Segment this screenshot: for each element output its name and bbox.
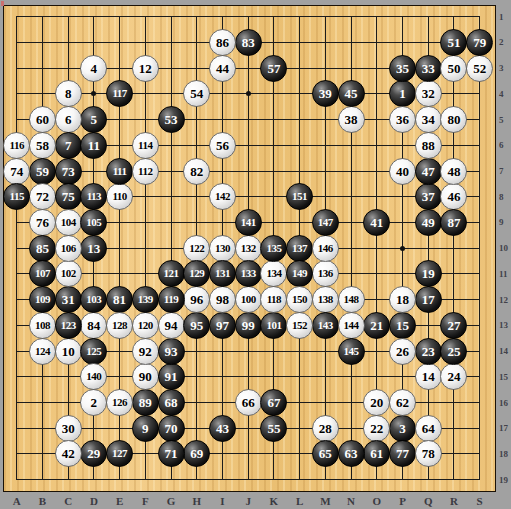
move-number: 82 bbox=[190, 165, 203, 178]
move-number: 137 bbox=[292, 243, 307, 254]
move-number: 145 bbox=[344, 346, 359, 357]
move-number: 63 bbox=[345, 447, 358, 460]
stone-move-93[interactable]: 93 bbox=[158, 338, 185, 365]
stone-move-95[interactable]: 95 bbox=[183, 312, 210, 339]
stone-move-15[interactable]: 15 bbox=[389, 312, 416, 339]
column-label-K: K bbox=[264, 495, 284, 507]
star-point bbox=[91, 91, 96, 96]
move-number: 41 bbox=[370, 216, 383, 229]
move-number: 99 bbox=[242, 319, 255, 332]
row-label-4: 4 bbox=[499, 89, 511, 99]
star-point bbox=[246, 91, 251, 96]
move-number: 108 bbox=[35, 320, 50, 331]
stone-move-52[interactable]: 52 bbox=[466, 55, 493, 82]
stone-move-74[interactable]: 74 bbox=[3, 158, 30, 185]
stone-move-51[interactable]: 51 bbox=[440, 29, 467, 56]
stone-move-121[interactable]: 121 bbox=[158, 260, 185, 287]
move-number: 52 bbox=[473, 62, 486, 75]
stone-move-30[interactable]: 30 bbox=[55, 415, 82, 442]
stone-move-128[interactable]: 128 bbox=[106, 312, 133, 339]
move-number: 141 bbox=[241, 217, 256, 228]
stone-move-18[interactable]: 18 bbox=[389, 286, 416, 313]
stone-move-126[interactable]: 126 bbox=[106, 389, 133, 416]
move-number: 72 bbox=[36, 190, 49, 203]
stone-move-105[interactable]: 105 bbox=[80, 209, 107, 236]
move-number: 11 bbox=[88, 139, 100, 152]
stone-move-109[interactable]: 109 bbox=[29, 286, 56, 313]
move-number: 74 bbox=[10, 165, 23, 178]
stone-move-67[interactable]: 67 bbox=[260, 389, 287, 416]
move-number: 5 bbox=[91, 113, 98, 126]
stone-move-144[interactable]: 144 bbox=[338, 312, 365, 339]
stone-move-86[interactable]: 86 bbox=[209, 29, 236, 56]
stone-move-42[interactable]: 42 bbox=[55, 440, 82, 467]
stone-move-78[interactable]: 78 bbox=[415, 440, 442, 467]
move-number: 85 bbox=[36, 242, 49, 255]
row-label-3: 3 bbox=[499, 63, 511, 73]
move-number: 62 bbox=[396, 396, 409, 409]
stone-move-91[interactable]: 91 bbox=[158, 363, 185, 390]
stone-move-94[interactable]: 94 bbox=[158, 312, 185, 339]
row-label-19: 19 bbox=[499, 475, 511, 485]
stone-move-114[interactable]: 114 bbox=[132, 132, 159, 159]
move-number: 98 bbox=[216, 293, 229, 306]
stone-move-64[interactable]: 64 bbox=[415, 415, 442, 442]
stone-move-27[interactable]: 27 bbox=[440, 312, 467, 339]
move-number: 35 bbox=[396, 62, 409, 75]
stone-move-54[interactable]: 54 bbox=[183, 80, 210, 107]
move-number: 49 bbox=[422, 216, 435, 229]
move-number: 112 bbox=[138, 166, 152, 177]
stone-move-45[interactable]: 45 bbox=[338, 80, 365, 107]
move-number: 2 bbox=[91, 396, 98, 409]
stone-move-80[interactable]: 80 bbox=[440, 106, 467, 133]
stone-move-122[interactable]: 122 bbox=[183, 235, 210, 262]
stone-move-88[interactable]: 88 bbox=[415, 132, 442, 159]
stone-move-146[interactable]: 146 bbox=[312, 235, 339, 262]
stone-move-26[interactable]: 26 bbox=[389, 338, 416, 365]
grid-line bbox=[453, 16, 454, 480]
move-number: 69 bbox=[190, 447, 203, 460]
move-number: 15 bbox=[396, 319, 409, 332]
stone-move-102[interactable]: 102 bbox=[55, 260, 82, 287]
column-label-R: R bbox=[444, 495, 464, 507]
stone-move-37[interactable]: 37 bbox=[415, 183, 442, 210]
stone-move-103[interactable]: 103 bbox=[80, 286, 107, 313]
row-label-6: 6 bbox=[499, 140, 511, 150]
move-number: 45 bbox=[345, 87, 358, 100]
stone-move-50[interactable]: 50 bbox=[440, 55, 467, 82]
move-number: 17 bbox=[422, 293, 435, 306]
move-number: 78 bbox=[422, 447, 435, 460]
move-number: 140 bbox=[86, 371, 101, 382]
stone-move-57[interactable]: 57 bbox=[260, 55, 287, 82]
move-number: 33 bbox=[422, 62, 435, 75]
move-number: 3 bbox=[399, 422, 406, 435]
stone-move-25[interactable]: 25 bbox=[440, 338, 467, 365]
stone-move-134[interactable]: 134 bbox=[260, 260, 287, 287]
stone-move-17[interactable]: 17 bbox=[415, 286, 442, 313]
stone-move-82[interactable]: 82 bbox=[183, 158, 210, 185]
stone-move-142[interactable]: 142 bbox=[209, 183, 236, 210]
stone-move-152[interactable]: 152 bbox=[286, 312, 313, 339]
move-number: 53 bbox=[165, 113, 178, 126]
stone-move-33[interactable]: 33 bbox=[415, 55, 442, 82]
stone-move-116[interactable]: 116 bbox=[3, 132, 30, 159]
stone-move-39[interactable]: 39 bbox=[312, 80, 339, 107]
move-number: 125 bbox=[86, 346, 101, 357]
stone-move-149[interactable]: 149 bbox=[286, 260, 313, 287]
stone-move-47[interactable]: 47 bbox=[415, 158, 442, 185]
move-number: 25 bbox=[447, 345, 460, 358]
move-number: 51 bbox=[447, 36, 460, 49]
move-number: 138 bbox=[318, 294, 333, 305]
stone-move-21[interactable]: 21 bbox=[363, 312, 390, 339]
move-number: 38 bbox=[345, 113, 358, 126]
stone-move-123[interactable]: 123 bbox=[55, 312, 82, 339]
stone-move-76[interactable]: 76 bbox=[29, 209, 56, 236]
stone-move-147[interactable]: 147 bbox=[312, 209, 339, 236]
stone-move-28[interactable]: 28 bbox=[312, 415, 339, 442]
stone-move-141[interactable]: 141 bbox=[235, 209, 262, 236]
corner-artifact bbox=[1, 1, 4, 6]
stone-move-4[interactable]: 4 bbox=[80, 55, 107, 82]
move-number: 73 bbox=[62, 165, 75, 178]
stone-move-40[interactable]: 40 bbox=[389, 158, 416, 185]
stone-move-2[interactable]: 2 bbox=[80, 389, 107, 416]
stone-move-118[interactable]: 118 bbox=[260, 286, 287, 313]
move-number: 81 bbox=[113, 293, 126, 306]
move-number: 7 bbox=[65, 139, 72, 152]
grid-line bbox=[16, 479, 480, 480]
move-number: 19 bbox=[422, 267, 435, 280]
move-number: 152 bbox=[292, 320, 307, 331]
stone-move-24[interactable]: 24 bbox=[440, 363, 467, 390]
row-label-1: 1 bbox=[499, 12, 511, 22]
stone-move-81[interactable]: 81 bbox=[106, 286, 133, 313]
move-number: 151 bbox=[292, 191, 307, 202]
stone-move-90[interactable]: 90 bbox=[132, 363, 159, 390]
move-number: 97 bbox=[216, 319, 229, 332]
stone-move-89[interactable]: 89 bbox=[132, 389, 159, 416]
move-number: 142 bbox=[215, 191, 230, 202]
stone-move-34[interactable]: 34 bbox=[415, 106, 442, 133]
stone-move-53[interactable]: 53 bbox=[158, 106, 185, 133]
move-number: 61 bbox=[370, 447, 383, 460]
move-number: 111 bbox=[113, 166, 127, 177]
stone-move-108[interactable]: 108 bbox=[29, 312, 56, 339]
stone-move-97[interactable]: 97 bbox=[209, 312, 236, 339]
stone-move-10[interactable]: 10 bbox=[55, 338, 82, 365]
move-number: 57 bbox=[267, 62, 280, 75]
stone-move-132[interactable]: 132 bbox=[235, 235, 262, 262]
stone-move-125[interactable]: 125 bbox=[80, 338, 107, 365]
row-label-17: 17 bbox=[499, 423, 511, 433]
move-number: 139 bbox=[138, 294, 153, 305]
move-number: 87 bbox=[447, 216, 460, 229]
stone-move-55[interactable]: 55 bbox=[260, 415, 287, 442]
move-number: 55 bbox=[267, 422, 280, 435]
stone-move-111[interactable]: 111 bbox=[106, 158, 133, 185]
stone-move-56[interactable]: 56 bbox=[209, 132, 236, 159]
move-number: 113 bbox=[87, 191, 101, 202]
stone-move-8[interactable]: 8 bbox=[55, 80, 82, 107]
star-point bbox=[400, 246, 405, 251]
move-number: 42 bbox=[62, 447, 75, 460]
stone-move-43[interactable]: 43 bbox=[209, 415, 236, 442]
stone-move-87[interactable]: 87 bbox=[440, 209, 467, 236]
move-number: 44 bbox=[216, 62, 229, 75]
move-number: 102 bbox=[61, 268, 76, 279]
stone-move-107[interactable]: 107 bbox=[29, 260, 56, 287]
stone-move-110[interactable]: 110 bbox=[106, 183, 133, 210]
move-number: 123 bbox=[61, 320, 76, 331]
move-number: 27 bbox=[447, 319, 460, 332]
move-number: 67 bbox=[267, 396, 280, 409]
move-number: 76 bbox=[36, 216, 49, 229]
stone-move-65[interactable]: 65 bbox=[312, 440, 339, 467]
stone-move-92[interactable]: 92 bbox=[132, 338, 159, 365]
stone-move-117[interactable]: 117 bbox=[106, 80, 133, 107]
move-number: 144 bbox=[344, 320, 359, 331]
move-number: 128 bbox=[112, 320, 127, 331]
stone-move-62[interactable]: 62 bbox=[389, 389, 416, 416]
stone-move-133[interactable]: 133 bbox=[235, 260, 262, 287]
stone-move-83[interactable]: 83 bbox=[235, 29, 262, 56]
move-number: 29 bbox=[87, 447, 100, 460]
stone-move-104[interactable]: 104 bbox=[55, 209, 82, 236]
stone-move-75[interactable]: 75 bbox=[55, 183, 82, 210]
move-number: 127 bbox=[112, 448, 127, 459]
stone-move-115[interactable]: 115 bbox=[3, 183, 30, 210]
move-number: 95 bbox=[190, 319, 203, 332]
stone-move-66[interactable]: 66 bbox=[235, 389, 262, 416]
move-number: 146 bbox=[318, 243, 333, 254]
stone-move-48[interactable]: 48 bbox=[440, 158, 467, 185]
move-number: 122 bbox=[189, 243, 204, 254]
move-number: 56 bbox=[216, 139, 229, 152]
move-number: 80 bbox=[447, 113, 460, 126]
stone-move-101[interactable]: 101 bbox=[260, 312, 287, 339]
grid-line bbox=[479, 16, 480, 480]
move-number: 66 bbox=[242, 396, 255, 409]
move-number: 70 bbox=[165, 422, 178, 435]
move-number: 14 bbox=[422, 370, 435, 383]
move-number: 114 bbox=[138, 140, 152, 151]
move-number: 134 bbox=[266, 268, 281, 279]
stone-move-41[interactable]: 41 bbox=[363, 209, 390, 236]
stone-move-44[interactable]: 44 bbox=[209, 55, 236, 82]
move-number: 18 bbox=[396, 293, 409, 306]
move-number: 1 bbox=[399, 87, 406, 100]
row-label-9: 9 bbox=[499, 217, 511, 227]
move-number: 90 bbox=[139, 370, 152, 383]
move-number: 94 bbox=[165, 319, 178, 332]
move-number: 34 bbox=[422, 113, 435, 126]
move-number: 121 bbox=[164, 268, 179, 279]
move-number: 149 bbox=[292, 268, 307, 279]
stone-move-143[interactable]: 143 bbox=[312, 312, 339, 339]
move-number: 50 bbox=[447, 62, 460, 75]
stone-move-20[interactable]: 20 bbox=[363, 389, 390, 416]
stone-move-22[interactable]: 22 bbox=[363, 415, 390, 442]
move-number: 126 bbox=[112, 397, 127, 408]
move-number: 93 bbox=[165, 345, 178, 358]
row-label-2: 2 bbox=[499, 37, 511, 47]
move-number: 13 bbox=[87, 242, 100, 255]
stone-move-9[interactable]: 9 bbox=[132, 415, 159, 442]
stone-move-5[interactable]: 5 bbox=[80, 106, 107, 133]
stone-move-73[interactable]: 73 bbox=[55, 158, 82, 185]
move-number: 148 bbox=[344, 294, 359, 305]
stone-move-11[interactable]: 11 bbox=[80, 132, 107, 159]
column-label-F: F bbox=[135, 495, 155, 507]
stone-move-119[interactable]: 119 bbox=[158, 286, 185, 313]
move-number: 84 bbox=[87, 319, 100, 332]
stone-move-77[interactable]: 77 bbox=[389, 440, 416, 467]
stone-move-29[interactable]: 29 bbox=[80, 440, 107, 467]
stone-move-36[interactable]: 36 bbox=[389, 106, 416, 133]
stone-move-38[interactable]: 38 bbox=[338, 106, 365, 133]
stone-move-137[interactable]: 137 bbox=[286, 235, 313, 262]
move-number: 103 bbox=[86, 294, 101, 305]
column-label-O: O bbox=[367, 495, 387, 507]
stone-move-140[interactable]: 140 bbox=[80, 363, 107, 390]
move-number: 124 bbox=[35, 346, 50, 357]
stone-move-148[interactable]: 148 bbox=[338, 286, 365, 313]
stone-move-58[interactable]: 58 bbox=[29, 132, 56, 159]
stone-move-136[interactable]: 136 bbox=[312, 260, 339, 287]
move-number: 65 bbox=[319, 447, 332, 460]
move-number: 83 bbox=[242, 36, 255, 49]
stone-move-59[interactable]: 59 bbox=[29, 158, 56, 185]
move-number: 150 bbox=[292, 294, 307, 305]
stone-move-85[interactable]: 85 bbox=[29, 235, 56, 262]
move-number: 36 bbox=[396, 113, 409, 126]
row-label-13: 13 bbox=[499, 320, 511, 330]
stone-move-14[interactable]: 14 bbox=[415, 363, 442, 390]
move-number: 43 bbox=[216, 422, 229, 435]
stone-move-79[interactable]: 79 bbox=[466, 29, 493, 56]
stone-move-99[interactable]: 99 bbox=[235, 312, 262, 339]
stone-move-139[interactable]: 139 bbox=[132, 286, 159, 313]
stone-move-106[interactable]: 106 bbox=[55, 235, 82, 262]
stone-move-69[interactable]: 69 bbox=[183, 440, 210, 467]
stone-move-120[interactable]: 120 bbox=[132, 312, 159, 339]
stone-move-150[interactable]: 150 bbox=[286, 286, 313, 313]
move-number: 101 bbox=[266, 320, 281, 331]
stone-move-13[interactable]: 13 bbox=[80, 235, 107, 262]
move-number: 104 bbox=[61, 217, 76, 228]
stone-move-7[interactable]: 7 bbox=[55, 132, 82, 159]
move-number: 60 bbox=[36, 113, 49, 126]
column-label-M: M bbox=[315, 495, 335, 507]
move-number: 86 bbox=[216, 36, 229, 49]
move-number: 117 bbox=[112, 88, 126, 99]
stone-move-32[interactable]: 32 bbox=[415, 80, 442, 107]
move-number: 136 bbox=[318, 268, 333, 279]
stone-move-131[interactable]: 131 bbox=[209, 260, 236, 287]
stone-move-96[interactable]: 96 bbox=[183, 286, 210, 313]
move-number: 10 bbox=[62, 345, 75, 358]
stone-move-145[interactable]: 145 bbox=[338, 338, 365, 365]
move-number: 131 bbox=[215, 268, 230, 279]
stone-move-46[interactable]: 46 bbox=[440, 183, 467, 210]
stone-move-71[interactable]: 71 bbox=[158, 440, 185, 467]
stone-move-68[interactable]: 68 bbox=[158, 389, 185, 416]
stone-move-113[interactable]: 113 bbox=[80, 183, 107, 210]
row-label-18: 18 bbox=[499, 449, 511, 459]
move-number: 100 bbox=[241, 294, 256, 305]
move-number: 30 bbox=[62, 422, 75, 435]
stone-move-70[interactable]: 70 bbox=[158, 415, 185, 442]
stone-move-49[interactable]: 49 bbox=[415, 209, 442, 236]
move-number: 132 bbox=[241, 243, 256, 254]
stone-move-127[interactable]: 127 bbox=[106, 440, 133, 467]
column-label-H: H bbox=[187, 495, 207, 507]
move-number: 47 bbox=[422, 165, 435, 178]
move-number: 23 bbox=[422, 345, 435, 358]
move-number: 118 bbox=[267, 294, 281, 305]
stone-move-23[interactable]: 23 bbox=[415, 338, 442, 365]
stone-move-112[interactable]: 112 bbox=[132, 158, 159, 185]
stone-move-138[interactable]: 138 bbox=[312, 286, 339, 313]
move-number: 46 bbox=[447, 190, 460, 203]
column-label-P: P bbox=[393, 495, 413, 507]
stone-move-84[interactable]: 84 bbox=[80, 312, 107, 339]
move-number: 89 bbox=[139, 396, 152, 409]
move-number: 40 bbox=[396, 165, 409, 178]
column-label-S: S bbox=[470, 495, 490, 507]
column-label-Q: Q bbox=[418, 495, 438, 507]
stone-move-130[interactable]: 130 bbox=[209, 235, 236, 262]
stone-move-129[interactable]: 129 bbox=[183, 260, 210, 287]
move-number: 110 bbox=[112, 191, 126, 202]
move-number: 79 bbox=[473, 36, 486, 49]
stone-move-151[interactable]: 151 bbox=[286, 183, 313, 210]
move-number: 12 bbox=[139, 62, 152, 75]
row-label-5: 5 bbox=[499, 115, 511, 125]
row-label-8: 8 bbox=[499, 192, 511, 202]
move-number: 28 bbox=[319, 422, 332, 435]
stone-move-6[interactable]: 6 bbox=[55, 106, 82, 133]
stone-move-12[interactable]: 12 bbox=[132, 55, 159, 82]
stone-move-72[interactable]: 72 bbox=[29, 183, 56, 210]
stone-move-60[interactable]: 60 bbox=[29, 106, 56, 133]
move-number: 8 bbox=[65, 87, 72, 100]
move-number: 147 bbox=[318, 217, 333, 228]
stone-move-19[interactable]: 19 bbox=[415, 260, 442, 287]
stone-move-100[interactable]: 100 bbox=[235, 286, 262, 313]
stone-move-135[interactable]: 135 bbox=[260, 235, 287, 262]
stone-move-61[interactable]: 61 bbox=[363, 440, 390, 467]
stone-move-3[interactable]: 3 bbox=[389, 415, 416, 442]
goban[interactable]: 1234567891011121314151718192021222324252… bbox=[3, 5, 496, 492]
move-number: 48 bbox=[447, 165, 460, 178]
move-number: 119 bbox=[164, 294, 178, 305]
move-number: 115 bbox=[10, 191, 24, 202]
column-label-I: I bbox=[212, 495, 232, 507]
column-label-L: L bbox=[290, 495, 310, 507]
stone-move-124[interactable]: 124 bbox=[29, 338, 56, 365]
stone-move-35[interactable]: 35 bbox=[389, 55, 416, 82]
stone-move-63[interactable]: 63 bbox=[338, 440, 365, 467]
stone-move-31[interactable]: 31 bbox=[55, 286, 82, 313]
stone-move-1[interactable]: 1 bbox=[389, 80, 416, 107]
move-number: 130 bbox=[215, 243, 230, 254]
column-label-J: J bbox=[238, 495, 258, 507]
stone-move-98[interactable]: 98 bbox=[209, 286, 236, 313]
